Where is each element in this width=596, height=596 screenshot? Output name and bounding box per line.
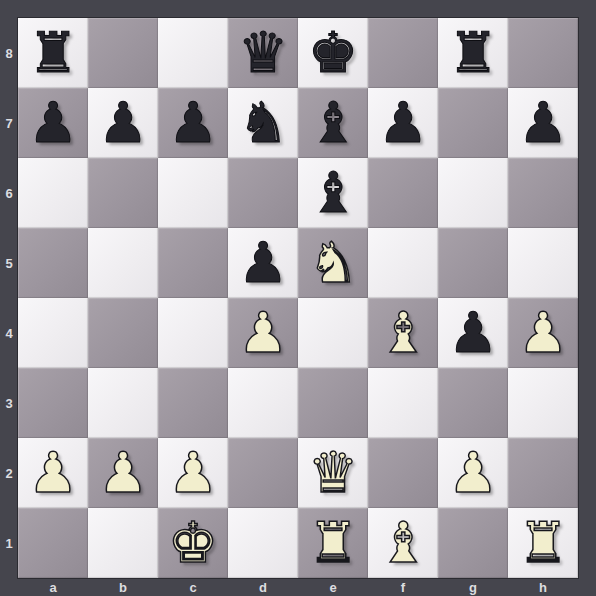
square-b7[interactable]: ♟ (88, 88, 158, 158)
file-label-g: g (438, 578, 508, 596)
square-d6[interactable] (228, 158, 298, 228)
file-label-d: d (228, 578, 298, 596)
rank-label-6: 6 (0, 158, 18, 228)
square-f2[interactable] (368, 438, 438, 508)
square-c8[interactable] (158, 18, 228, 88)
white-pawn-piece[interactable]: ♟ (168, 438, 218, 508)
square-e3[interactable] (298, 368, 368, 438)
black-rook-piece[interactable]: ♜ (448, 18, 498, 88)
square-f1[interactable]: ♝ (368, 508, 438, 578)
square-c5[interactable] (158, 228, 228, 298)
chess-board: ♜♛♚♜♟♟♟♞♝♟♟♝♟♞♟♝♟♟♟♟♟♛♟♚♜♝♜ (18, 18, 578, 578)
square-d4[interactable]: ♟ (228, 298, 298, 368)
square-h5[interactable] (508, 228, 578, 298)
black-knight-piece[interactable]: ♞ (238, 88, 288, 158)
square-h3[interactable] (508, 368, 578, 438)
square-h8[interactable] (508, 18, 578, 88)
square-a1[interactable] (18, 508, 88, 578)
square-d2[interactable] (228, 438, 298, 508)
square-c3[interactable] (158, 368, 228, 438)
square-e8[interactable]: ♚ (298, 18, 368, 88)
black-pawn-piece[interactable]: ♟ (238, 228, 288, 298)
square-a8[interactable]: ♜ (18, 18, 88, 88)
file-label-b: b (88, 578, 158, 596)
black-bishop-piece[interactable]: ♝ (308, 88, 358, 158)
black-pawn-piece[interactable]: ♟ (448, 298, 498, 368)
square-c7[interactable]: ♟ (158, 88, 228, 158)
white-rook-piece[interactable]: ♜ (308, 508, 358, 578)
square-c6[interactable] (158, 158, 228, 228)
square-g2[interactable]: ♟ (438, 438, 508, 508)
square-f6[interactable] (368, 158, 438, 228)
black-pawn-piece[interactable]: ♟ (28, 88, 78, 158)
square-e6[interactable]: ♝ (298, 158, 368, 228)
white-king-piece[interactable]: ♚ (168, 508, 218, 578)
square-f7[interactable]: ♟ (368, 88, 438, 158)
square-c1[interactable]: ♚ (158, 508, 228, 578)
white-bishop-piece[interactable]: ♝ (378, 508, 428, 578)
white-bishop-piece[interactable]: ♝ (378, 298, 428, 368)
square-d5[interactable]: ♟ (228, 228, 298, 298)
rank-labels: 87654321 (0, 18, 18, 578)
square-b3[interactable] (88, 368, 158, 438)
square-a4[interactable] (18, 298, 88, 368)
white-pawn-piece[interactable]: ♟ (448, 438, 498, 508)
white-pawn-piece[interactable]: ♟ (238, 298, 288, 368)
square-h4[interactable]: ♟ (508, 298, 578, 368)
square-g8[interactable]: ♜ (438, 18, 508, 88)
rank-label-2: 2 (0, 438, 18, 508)
file-label-f: f (368, 578, 438, 596)
black-pawn-piece[interactable]: ♟ (168, 88, 218, 158)
square-a6[interactable] (18, 158, 88, 228)
square-c2[interactable]: ♟ (158, 438, 228, 508)
square-b6[interactable] (88, 158, 158, 228)
white-pawn-piece[interactable]: ♟ (518, 298, 568, 368)
square-a3[interactable] (18, 368, 88, 438)
square-d3[interactable] (228, 368, 298, 438)
square-b5[interactable] (88, 228, 158, 298)
square-e5[interactable]: ♞ (298, 228, 368, 298)
square-g5[interactable] (438, 228, 508, 298)
square-e7[interactable]: ♝ (298, 88, 368, 158)
square-a5[interactable] (18, 228, 88, 298)
square-h2[interactable] (508, 438, 578, 508)
square-h6[interactable] (508, 158, 578, 228)
black-queen-piece[interactable]: ♛ (238, 18, 288, 88)
white-pawn-piece[interactable]: ♟ (98, 438, 148, 508)
square-b4[interactable] (88, 298, 158, 368)
black-pawn-piece[interactable]: ♟ (378, 88, 428, 158)
square-d1[interactable] (228, 508, 298, 578)
square-a7[interactable]: ♟ (18, 88, 88, 158)
square-b1[interactable] (88, 508, 158, 578)
square-f3[interactable] (368, 368, 438, 438)
square-e1[interactable]: ♜ (298, 508, 368, 578)
square-a2[interactable]: ♟ (18, 438, 88, 508)
file-label-c: c (158, 578, 228, 596)
rank-label-7: 7 (0, 88, 18, 158)
square-c4[interactable] (158, 298, 228, 368)
square-g3[interactable] (438, 368, 508, 438)
square-h7[interactable]: ♟ (508, 88, 578, 158)
white-rook-piece[interactable]: ♜ (518, 508, 568, 578)
chess-board-frame: 87654321 ♜♛♚♜♟♟♟♞♝♟♟♝♟♞♟♝♟♟♟♟♟♛♟♚♜♝♜ abc… (0, 0, 596, 596)
square-d8[interactable]: ♛ (228, 18, 298, 88)
black-pawn-piece[interactable]: ♟ (98, 88, 148, 158)
rank-label-1: 1 (0, 508, 18, 578)
file-label-e: e (298, 578, 368, 596)
square-f5[interactable] (368, 228, 438, 298)
rank-label-4: 4 (0, 298, 18, 368)
black-pawn-piece[interactable]: ♟ (518, 88, 568, 158)
square-b8[interactable] (88, 18, 158, 88)
file-label-h: h (508, 578, 578, 596)
white-queen-piece[interactable]: ♛ (308, 438, 358, 508)
square-f8[interactable] (368, 18, 438, 88)
file-label-a: a (18, 578, 88, 596)
file-labels: abcdefgh (18, 578, 578, 596)
square-f4[interactable]: ♝ (368, 298, 438, 368)
black-bishop-piece[interactable]: ♝ (308, 158, 358, 228)
black-rook-piece[interactable]: ♜ (28, 18, 78, 88)
square-b2[interactable]: ♟ (88, 438, 158, 508)
square-d7[interactable]: ♞ (228, 88, 298, 158)
square-h1[interactable]: ♜ (508, 508, 578, 578)
square-g6[interactable] (438, 158, 508, 228)
white-pawn-piece[interactable]: ♟ (28, 438, 78, 508)
rank-label-3: 3 (0, 368, 18, 438)
white-knight-piece[interactable]: ♞ (308, 228, 358, 298)
square-e4[interactable] (298, 298, 368, 368)
rank-label-5: 5 (0, 228, 18, 298)
square-g4[interactable]: ♟ (438, 298, 508, 368)
rank-label-8: 8 (0, 18, 18, 88)
square-e2[interactable]: ♛ (298, 438, 368, 508)
square-g1[interactable] (438, 508, 508, 578)
square-g7[interactable] (438, 88, 508, 158)
black-king-piece[interactable]: ♚ (308, 18, 358, 88)
